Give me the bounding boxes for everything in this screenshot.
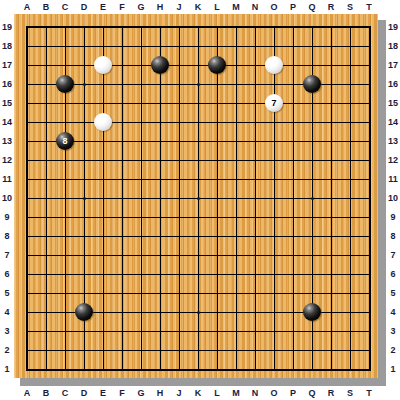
move-number: 8 [62, 132, 67, 150]
coordinate-label-12-left: 12 [1, 154, 13, 166]
stone-black-D4[interactable] [75, 303, 93, 321]
coordinate-label-5-right: 5 [387, 287, 399, 299]
coordinate-label-14-right: 14 [387, 116, 399, 128]
coordinate-label-18-left: 18 [1, 40, 13, 52]
stone-black-Q4[interactable] [303, 303, 321, 321]
stone-black-L17[interactable] [208, 56, 226, 74]
coordinate-label-8-right: 8 [387, 230, 399, 242]
stone-black-C13[interactable]: 8 [56, 132, 74, 150]
stone-white-E17[interactable] [94, 56, 112, 74]
coordinate-label-B-bottom: B [37, 387, 55, 399]
coordinate-label-E-bottom: E [94, 387, 112, 399]
coordinate-label-5-left: 5 [1, 287, 13, 299]
coordinate-label-1-right: 1 [387, 363, 399, 375]
grid-line-horizontal [27, 331, 370, 332]
coordinate-label-10-right: 10 [387, 192, 399, 204]
coordinate-label-2-left: 2 [1, 344, 13, 356]
coordinate-label-G-bottom: G [132, 387, 150, 399]
coordinate-label-F-top: F [113, 1, 131, 13]
coordinate-label-7-right: 7 [387, 249, 399, 261]
coordinate-label-L-top: L [208, 1, 226, 13]
coordinate-label-S-bottom: S [341, 387, 359, 399]
stone-black-Q16[interactable] [303, 75, 321, 93]
coordinate-label-O-top: O [265, 1, 283, 13]
coordinate-label-H-bottom: H [151, 387, 169, 399]
coordinate-label-15-right: 15 [387, 97, 399, 109]
stone-white-O17[interactable] [265, 56, 283, 74]
coordinate-label-B-top: B [37, 1, 55, 13]
coordinate-label-K-top: K [189, 1, 207, 13]
grid-line-horizontal [27, 274, 370, 275]
board-shadow-bottom [20, 378, 386, 386]
stone-white-E14[interactable] [94, 113, 112, 131]
coordinate-label-1-left: 1 [1, 363, 13, 375]
coordinate-label-O-bottom: O [265, 387, 283, 399]
coordinate-label-A-bottom: A [18, 387, 36, 399]
coordinate-label-C-top: C [56, 1, 74, 13]
coordinate-label-J-bottom: J [170, 387, 188, 399]
coordinate-label-A-top: A [18, 1, 36, 13]
star-point-D16 [83, 83, 86, 86]
coordinate-label-F-bottom: F [113, 387, 131, 399]
coordinate-label-3-left: 3 [1, 325, 13, 337]
coordinate-label-12-right: 12 [387, 154, 399, 166]
coordinate-label-19-left: 19 [1, 21, 13, 33]
coordinate-label-R-bottom: R [322, 387, 340, 399]
coordinate-label-K-bottom: K [189, 387, 207, 399]
coordinate-label-D-top: D [75, 1, 93, 13]
star-point-K10 [197, 197, 200, 200]
grid-line-vertical [255, 27, 256, 370]
coordinate-label-6-right: 6 [387, 268, 399, 280]
coordinate-label-9-right: 9 [387, 211, 399, 223]
coordinate-label-6-left: 6 [1, 268, 13, 280]
coordinate-label-S-top: S [341, 1, 359, 13]
coordinate-label-P-bottom: P [284, 387, 302, 399]
coordinate-label-4-left: 4 [1, 306, 13, 318]
coordinate-label-17-right: 17 [387, 59, 399, 71]
star-point-K4 [197, 311, 200, 314]
coordinate-label-M-bottom: M [227, 387, 245, 399]
coordinate-label-7-left: 7 [1, 249, 13, 261]
coordinate-label-T-top: T [360, 1, 378, 13]
coordinate-label-17-left: 17 [1, 59, 13, 71]
coordinate-label-J-top: J [170, 1, 188, 13]
coordinate-label-8-left: 8 [1, 230, 13, 242]
coordinate-label-R-top: R [322, 1, 340, 13]
coordinate-label-11-right: 11 [387, 173, 399, 185]
board-grid[interactable]: 87 [27, 27, 370, 370]
grid-line-horizontal [27, 255, 370, 256]
coordinate-label-10-left: 10 [1, 192, 13, 204]
coordinate-label-2-right: 2 [387, 344, 399, 356]
coordinate-label-G-top: G [132, 1, 150, 13]
grid-line-horizontal [27, 236, 370, 237]
coordinate-label-D-bottom: D [75, 387, 93, 399]
grid-line-vertical [274, 27, 275, 370]
coordinate-label-14-left: 14 [1, 116, 13, 128]
coordinate-label-T-bottom: T [360, 387, 378, 399]
coordinate-label-Q-top: Q [303, 1, 321, 13]
coordinate-label-13-left: 13 [1, 135, 13, 147]
coordinate-label-Q-bottom: Q [303, 387, 321, 399]
coordinate-label-13-right: 13 [387, 135, 399, 147]
coordinate-label-16-left: 16 [1, 78, 13, 90]
coordinate-label-L-bottom: L [208, 387, 226, 399]
coordinate-label-P-top: P [284, 1, 302, 13]
grid-line-vertical [217, 27, 218, 370]
stone-black-C16[interactable] [56, 75, 74, 93]
grid-line-vertical [350, 27, 351, 370]
grid-line-horizontal [27, 350, 370, 351]
grid-line-vertical [236, 27, 237, 370]
coordinate-label-11-left: 11 [1, 173, 13, 185]
grid-line-vertical [331, 27, 332, 370]
coordinate-label-N-top: N [246, 1, 264, 13]
coordinate-label-H-top: H [151, 1, 169, 13]
stone-black-H17[interactable] [151, 56, 169, 74]
star-point-D10 [83, 197, 86, 200]
coordinate-label-M-top: M [227, 1, 245, 13]
coordinate-label-19-right: 19 [387, 21, 399, 33]
stone-white-O15[interactable]: 7 [265, 94, 283, 112]
coordinate-label-15-left: 15 [1, 97, 13, 109]
grid-line-vertical [293, 27, 294, 370]
coordinate-label-C-bottom: C [56, 387, 74, 399]
coordinate-label-N-bottom: N [246, 387, 264, 399]
star-point-K16 [197, 83, 200, 86]
coordinate-label-4-right: 4 [387, 306, 399, 318]
coordinate-label-18-right: 18 [387, 40, 399, 52]
grid-line-horizontal [27, 293, 370, 294]
coordinate-label-16-right: 16 [387, 78, 399, 90]
coordinate-label-9-left: 9 [1, 211, 13, 223]
move-number: 7 [271, 94, 276, 112]
coordinate-label-E-top: E [94, 1, 112, 13]
board-shadow-right [378, 20, 386, 386]
grid-line-horizontal [27, 217, 370, 218]
coordinate-label-3-right: 3 [387, 325, 399, 337]
star-point-Q10 [311, 197, 314, 200]
